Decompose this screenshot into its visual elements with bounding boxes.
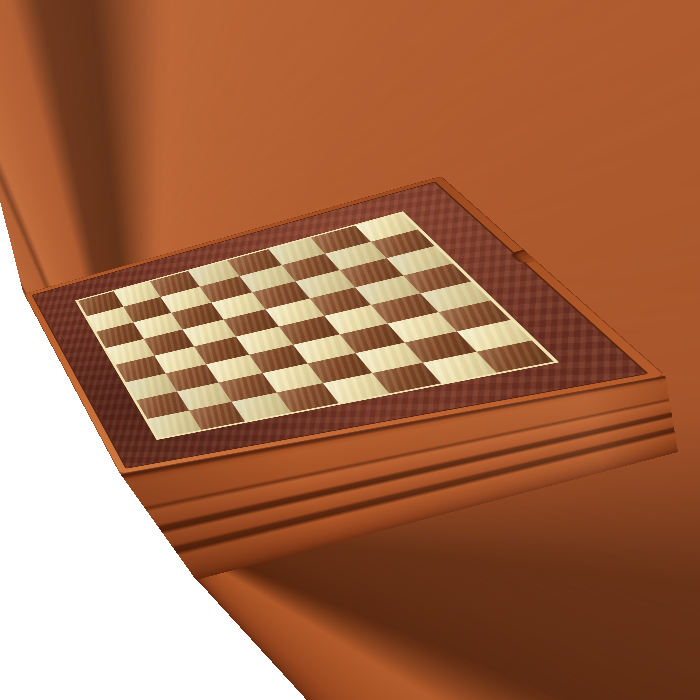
chess-box-photo — [0, 0, 700, 700]
